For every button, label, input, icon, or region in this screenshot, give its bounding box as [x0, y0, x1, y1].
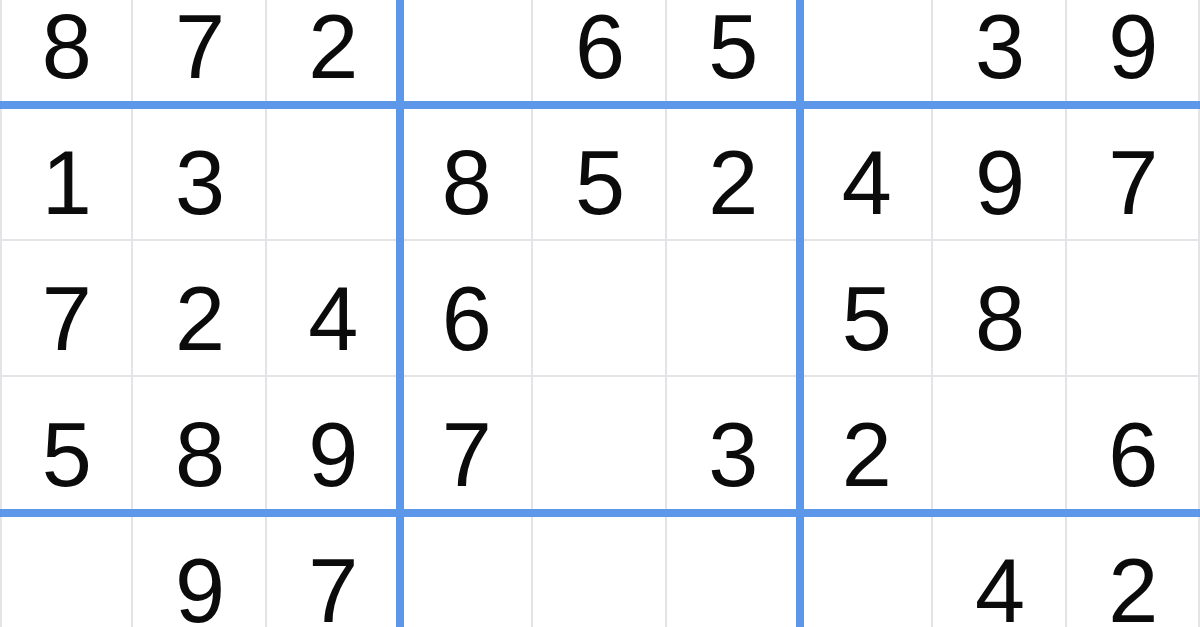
cell-r4c3[interactable]: 9	[267, 377, 400, 513]
cell-r2c4[interactable]: 8	[400, 105, 533, 241]
cell-r5c5[interactable]	[533, 513, 666, 627]
given-digit: 9	[975, 138, 1025, 228]
cell-r5c9[interactable]: 2	[1067, 513, 1200, 627]
box-divider-vertical-left	[396, 0, 404, 627]
given-digit: 3	[975, 2, 1025, 92]
cell-r3c5[interactable]	[533, 241, 666, 377]
cell-r4c2[interactable]: 8	[133, 377, 266, 513]
cell-r4c4[interactable]: 7	[400, 377, 533, 513]
cell-r4c6[interactable]: 3	[667, 377, 800, 513]
given-digit: 5	[708, 2, 758, 92]
given-digit: 3	[175, 138, 225, 228]
given-digit: 4	[842, 138, 892, 228]
given-digit: 8	[42, 2, 92, 92]
given-digit: 2	[308, 2, 358, 92]
cell-r5c6[interactable]	[667, 513, 800, 627]
cell-r4c5[interactable]	[533, 377, 666, 513]
cell-r2c3[interactable]	[267, 105, 400, 241]
cell-r3c4[interactable]: 6	[400, 241, 533, 377]
given-digit: 5	[42, 410, 92, 500]
cell-r3c1[interactable]: 7	[0, 241, 133, 377]
cell-r5c3[interactable]: 7	[267, 513, 400, 627]
cell-r1c9[interactable]: 9	[1067, 0, 1200, 105]
cell-r1c2[interactable]: 7	[133, 0, 266, 105]
cell-r5c4[interactable]	[400, 513, 533, 627]
cell-r2c5[interactable]: 5	[533, 105, 666, 241]
cell-r3c8[interactable]: 8	[933, 241, 1066, 377]
given-digit: 7	[442, 410, 492, 500]
cell-r2c8[interactable]: 9	[933, 105, 1066, 241]
cell-r2c7[interactable]: 4	[800, 105, 933, 241]
cell-r2c6[interactable]: 2	[667, 105, 800, 241]
given-digit: 7	[308, 546, 358, 627]
given-digit: 3	[708, 410, 758, 500]
cell-r1c8[interactable]: 3	[933, 0, 1066, 105]
cell-r5c2[interactable]: 9	[133, 513, 266, 627]
given-digit: 8	[975, 274, 1025, 364]
given-digit: 9	[1108, 2, 1158, 92]
box-divider-vertical-right	[796, 0, 804, 627]
cell-r3c3[interactable]: 4	[267, 241, 400, 377]
cell-r4c8[interactable]	[933, 377, 1066, 513]
given-digit: 7	[42, 274, 92, 364]
given-digit: 7	[1108, 138, 1158, 228]
given-digit: 6	[575, 2, 625, 92]
cell-r3c2[interactable]: 2	[133, 241, 266, 377]
sudoku-board: 87265391385249772465858973269742	[0, 0, 1200, 627]
given-digit: 2	[842, 410, 892, 500]
cell-r4c9[interactable]: 6	[1067, 377, 1200, 513]
sudoku-viewport: 87265391385249772465858973269742	[0, 0, 1200, 627]
given-digit: 9	[308, 410, 358, 500]
cell-r4c7[interactable]: 2	[800, 377, 933, 513]
cell-r5c8[interactable]: 4	[933, 513, 1066, 627]
cell-r2c2[interactable]: 3	[133, 105, 266, 241]
box-divider-horizontal-top	[0, 101, 1200, 109]
cell-r4c1[interactable]: 5	[0, 377, 133, 513]
cell-r1c1[interactable]: 8	[0, 0, 133, 105]
given-digit: 2	[708, 138, 758, 228]
cell-r2c1[interactable]: 1	[0, 105, 133, 241]
cell-r3c9[interactable]	[1067, 241, 1200, 377]
cell-r1c5[interactable]: 6	[533, 0, 666, 105]
given-digit: 2	[175, 274, 225, 364]
given-digit: 9	[175, 546, 225, 627]
cell-r5c7[interactable]	[800, 513, 933, 627]
cell-r5c1[interactable]	[0, 513, 133, 627]
given-digit: 4	[975, 546, 1025, 627]
given-digit: 5	[575, 138, 625, 228]
given-digit: 6	[442, 274, 492, 364]
given-digit: 7	[175, 2, 225, 92]
given-digit: 2	[1108, 546, 1158, 627]
given-digit: 8	[175, 410, 225, 500]
cell-r3c6[interactable]	[667, 241, 800, 377]
box-divider-horizontal-bottom	[0, 509, 1200, 517]
cell-r3c7[interactable]: 5	[800, 241, 933, 377]
given-digit: 1	[42, 138, 92, 228]
cell-r1c7[interactable]	[800, 0, 933, 105]
cell-r1c3[interactable]: 2	[267, 0, 400, 105]
given-digit: 5	[842, 274, 892, 364]
given-digit: 4	[308, 274, 358, 364]
cell-r2c9[interactable]: 7	[1067, 105, 1200, 241]
given-digit: 6	[1108, 410, 1158, 500]
given-digit: 8	[442, 138, 492, 228]
cell-r1c4[interactable]	[400, 0, 533, 105]
cell-r1c6[interactable]: 5	[667, 0, 800, 105]
